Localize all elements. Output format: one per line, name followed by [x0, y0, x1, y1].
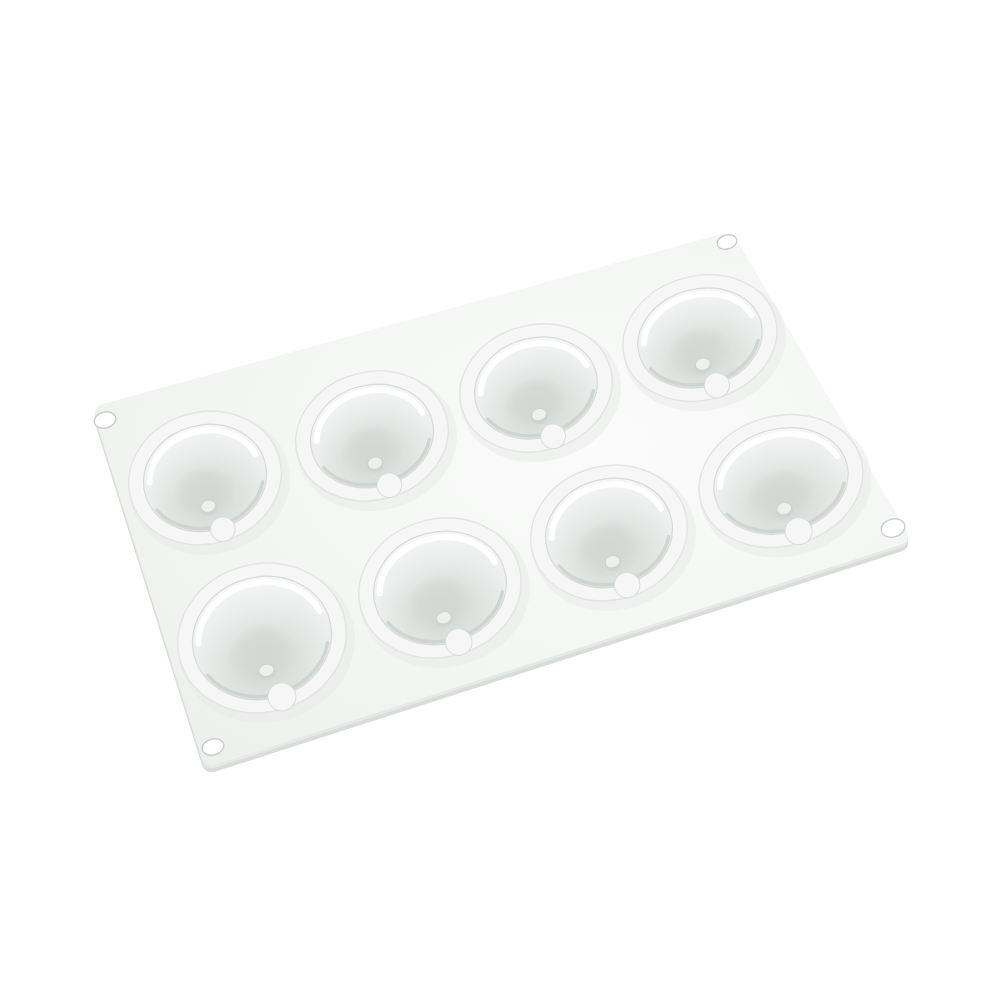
- product-photo: [0, 0, 1000, 1000]
- silicone-mold: [92, 233, 908, 773]
- photo-canvas: [0, 0, 1000, 1000]
